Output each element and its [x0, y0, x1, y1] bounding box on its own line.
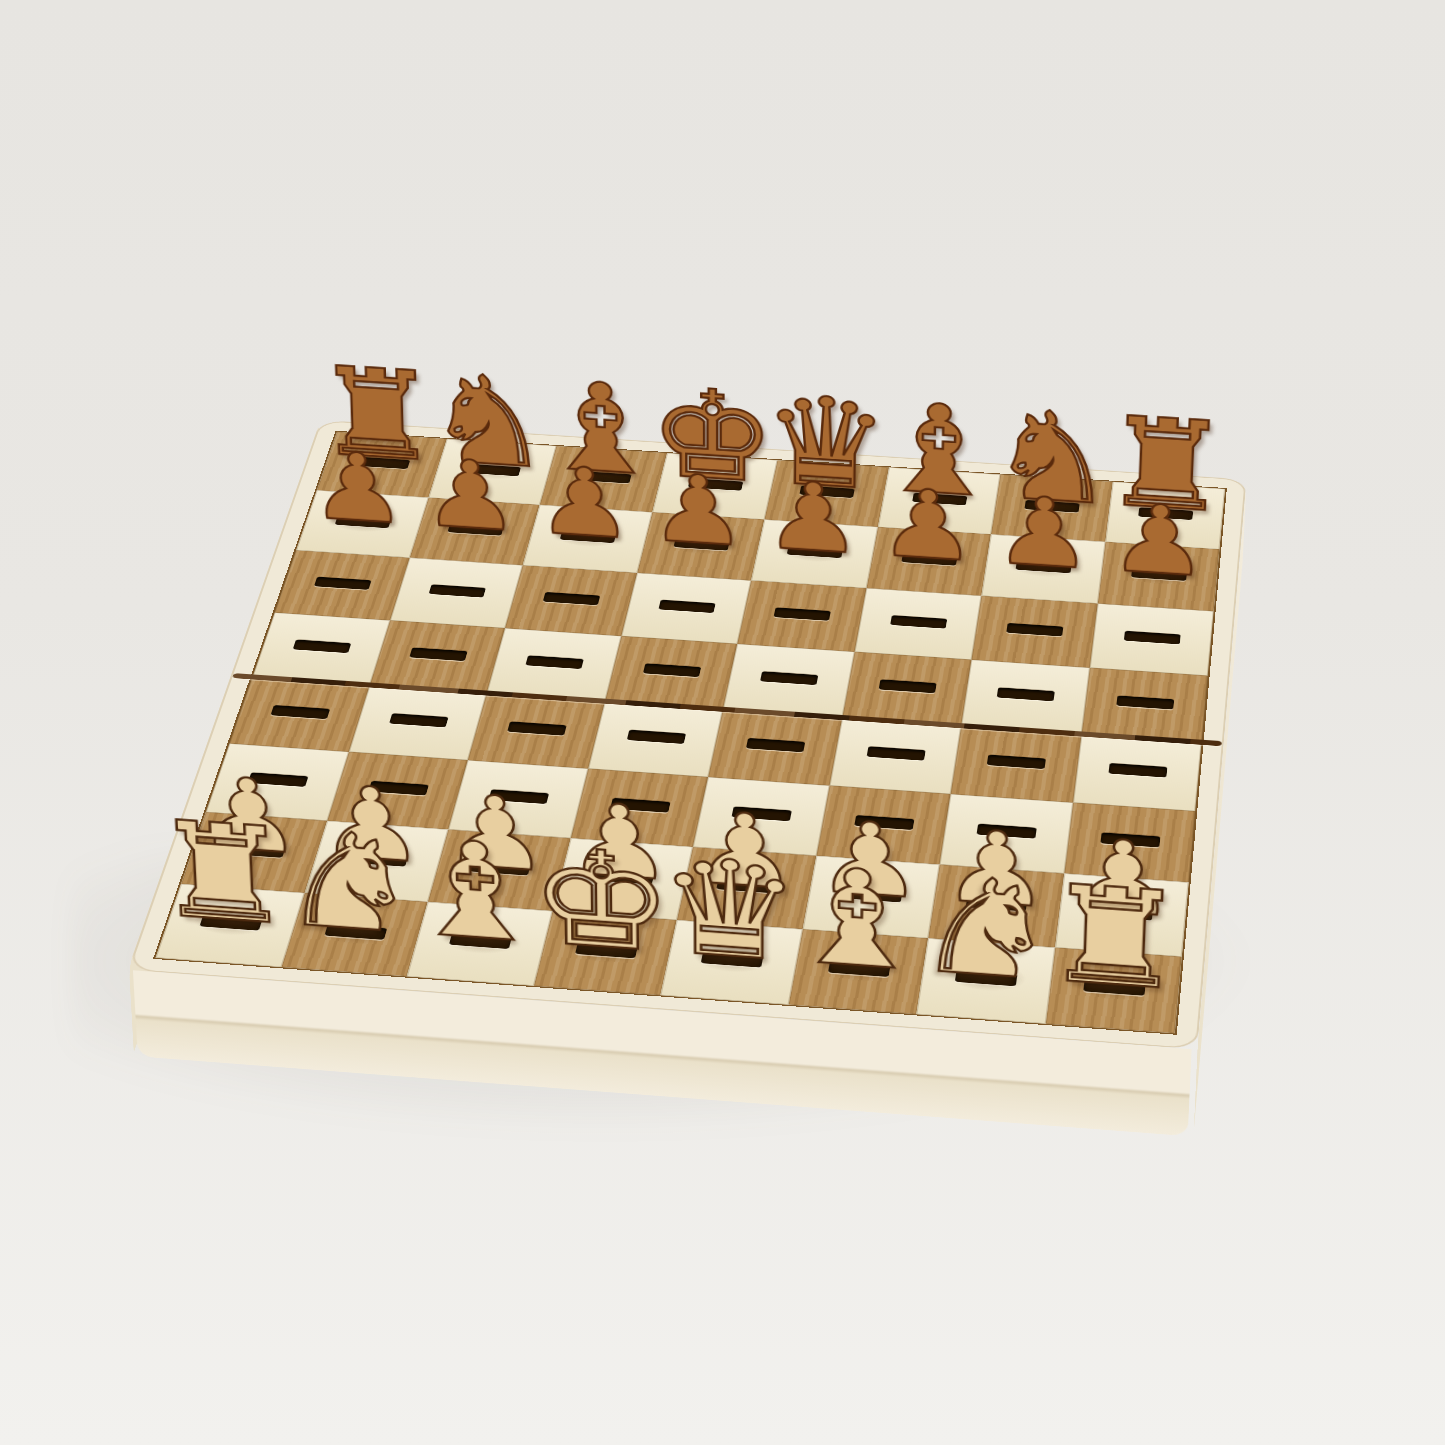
piece-slot [760, 671, 819, 685]
square-h4[interactable] [1072, 733, 1201, 810]
square-h1[interactable]: ♜ [1045, 947, 1182, 1033]
piece-slot [408, 647, 467, 661]
perspective-viewport: ♜♞♝♚♛♝♞♜♟♟♟♟♟♟♟♟♟♟♟♟♟♟♟♟♜♞♝♚♛♝♞♜ [0, 0, 1445, 1445]
piece-slot [889, 615, 946, 628]
square-d4[interactable] [587, 700, 722, 776]
square-b5[interactable] [369, 620, 505, 693]
piece-slot [658, 599, 716, 612]
square-b4[interactable] [348, 684, 486, 759]
piece-slot [1123, 630, 1180, 643]
piece-slot [428, 584, 486, 597]
piece-slot [996, 687, 1054, 701]
piece-slot [388, 713, 448, 727]
square-f4[interactable] [829, 717, 961, 794]
square-c5[interactable] [486, 627, 620, 700]
studio-scene: ♜♞♝♚♛♝♞♜♟♟♟♟♟♟♟♟♟♟♟♟♟♟♟♟♜♞♝♚♛♝♞♜ [0, 0, 1445, 1445]
piece-slot [878, 679, 936, 693]
piece-slot [507, 721, 567, 735]
piece-slot [626, 729, 686, 743]
piece-slot [314, 576, 372, 589]
piece-slot [1006, 622, 1063, 635]
piece-white-rook[interactable]: ♜ [972, 860, 1259, 1013]
square-e6[interactable] [737, 580, 866, 651]
square-d5[interactable] [604, 635, 737, 708]
chess-board: ♜♞♝♚♛♝♞♜♟♟♟♟♟♟♟♟♟♟♟♟♟♟♟♟♜♞♝♚♛♝♞♜ [127, 420, 1246, 1049]
piece-slot [1115, 695, 1173, 709]
piece-slot [773, 607, 831, 620]
square-a6[interactable] [274, 550, 408, 620]
square-g5[interactable] [961, 659, 1089, 733]
square-e4[interactable] [708, 709, 842, 785]
square-h6[interactable] [1089, 603, 1213, 675]
piece-black-pawn[interactable]: ♟ [1031, 485, 1288, 595]
piece-slot [1108, 762, 1167, 776]
board-grid: ♜♞♝♚♛♝♞♜♟♟♟♟♟♟♟♟♟♟♟♟♟♟♟♟♜♞♝♚♛♝♞♜ [153, 430, 1227, 1034]
square-c4[interactable] [467, 692, 604, 768]
piece-slot [542, 592, 600, 605]
square-f6[interactable] [854, 588, 981, 659]
piece-slot [746, 737, 806, 751]
square-d6[interactable] [620, 572, 750, 643]
square-e5[interactable] [723, 643, 854, 717]
piece-slot [525, 655, 584, 669]
square-h7[interactable]: ♟ [1097, 541, 1219, 611]
piece-slot [292, 639, 351, 652]
piece-slot [642, 663, 701, 677]
piece-slot [866, 746, 926, 760]
piece-slot [986, 754, 1045, 768]
square-h5[interactable] [1081, 667, 1208, 742]
square-f5[interactable] [841, 651, 971, 725]
